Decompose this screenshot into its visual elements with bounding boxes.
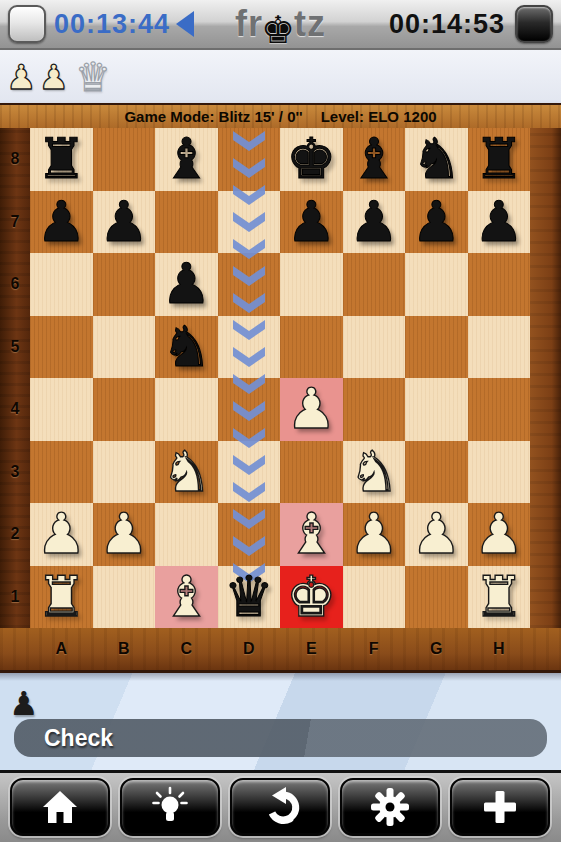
square-f3[interactable]: ♞	[343, 441, 406, 504]
black-pawn-piece: ♟	[411, 191, 461, 253]
square-b1[interactable]	[93, 566, 156, 629]
white-bishop-piece: ♝	[161, 566, 211, 628]
board-grid: ♜♝♚♝♞♜♟♟♟♟♟♟♟♞♟♞♞♟♟♝♟♟♟♜♝♛♚♜	[30, 128, 530, 628]
black-player-button[interactable]	[515, 5, 553, 43]
square-e7[interactable]: ♟	[280, 191, 343, 254]
square-b2[interactable]: ♟	[93, 503, 156, 566]
rank-label-8: 8	[0, 128, 30, 191]
square-e1[interactable]: ♚	[280, 566, 343, 629]
square-c4[interactable]	[155, 378, 218, 441]
captured-white-pawn-icon: ♟	[6, 57, 36, 97]
square-g2[interactable]: ♟	[405, 503, 468, 566]
square-g5[interactable]	[405, 316, 468, 379]
white-player-button[interactable]	[8, 5, 46, 43]
black-knight-piece: ♞	[411, 128, 461, 190]
square-h1[interactable]: ♜	[468, 566, 531, 629]
gear-icon	[369, 786, 411, 828]
white-pawn-piece: ♟	[411, 503, 461, 565]
black-bishop-piece: ♝	[161, 128, 211, 190]
square-f6[interactable]	[343, 253, 406, 316]
square-g6[interactable]	[405, 253, 468, 316]
rank-label-1: 1	[0, 566, 30, 629]
square-b4[interactable]	[93, 378, 156, 441]
square-e8[interactable]: ♚	[280, 128, 343, 191]
square-c5[interactable]: ♞	[155, 316, 218, 379]
square-e2[interactable]: ♝	[280, 503, 343, 566]
white-rook-piece: ♜	[474, 566, 524, 628]
square-f5[interactable]	[343, 316, 406, 379]
black-pawn-piece: ♟	[286, 191, 336, 253]
logo-text-left: fr	[235, 3, 263, 45]
fritz-logo: fr♚tz	[235, 3, 326, 45]
black-pawn-piece: ♟	[161, 253, 211, 315]
square-f8[interactable]: ♝	[343, 128, 406, 191]
captured-by-white-tray: ♟	[9, 689, 39, 719]
white-pawn-piece: ♟	[99, 503, 149, 565]
captured-by-black-tray: ♟♟♛	[0, 50, 561, 103]
square-b3[interactable]	[93, 441, 156, 504]
home-icon	[39, 787, 81, 827]
rank-label-6: 6	[0, 253, 30, 316]
square-g7[interactable]: ♟	[405, 191, 468, 254]
captured-black-pawn-icon: ♟	[9, 684, 39, 723]
white-pawn-piece: ♟	[286, 378, 336, 440]
home-button[interactable]	[10, 778, 110, 836]
square-e6[interactable]	[280, 253, 343, 316]
board-frame-right	[530, 128, 561, 628]
file-label-E: E	[280, 640, 343, 658]
square-g4[interactable]	[405, 378, 468, 441]
captured-white-queen-icon: ♛	[75, 57, 111, 97]
square-g3[interactable]	[405, 441, 468, 504]
square-f1[interactable]	[343, 566, 406, 629]
undo-button[interactable]	[230, 778, 330, 836]
black-pawn-piece: ♟	[349, 191, 399, 253]
file-label-D: D	[218, 640, 281, 658]
rank-label-3: 3	[0, 441, 30, 504]
rank-labels: 87654321	[0, 128, 30, 628]
top-clock-bar: 00:13:44 fr♚tz 00:14:53	[0, 0, 561, 50]
black-pawn-piece: ♟	[99, 191, 149, 253]
white-pawn-piece: ♟	[349, 503, 399, 565]
status-text: Check	[44, 725, 113, 752]
black-pawn-piece: ♟	[474, 191, 524, 253]
white-bishop-piece: ♝	[286, 503, 336, 565]
square-a5[interactable]	[30, 316, 93, 379]
white-knight-piece: ♞	[161, 441, 211, 503]
rank-label-4: 4	[0, 378, 30, 441]
square-h3[interactable]	[468, 441, 531, 504]
square-c3[interactable]: ♞	[155, 441, 218, 504]
level-label: Level: ELO 1200	[321, 108, 437, 125]
black-rook-piece: ♜	[474, 128, 524, 190]
status-bar: Check	[14, 719, 547, 757]
file-labels: ABCDEFGH	[0, 628, 561, 670]
white-clock: 00:13:44	[54, 9, 170, 40]
square-h8[interactable]: ♜	[468, 128, 531, 191]
square-h5[interactable]	[468, 316, 531, 379]
square-c8[interactable]: ♝	[155, 128, 218, 191]
white-knight-piece: ♞	[349, 441, 399, 503]
plus-icon	[480, 787, 520, 827]
square-f4[interactable]	[343, 378, 406, 441]
settings-button[interactable]	[340, 778, 440, 836]
square-e5[interactable]	[280, 316, 343, 379]
black-pawn-piece: ♟	[36, 191, 86, 253]
square-a1[interactable]: ♜	[30, 566, 93, 629]
square-c1[interactable]: ♝	[155, 566, 218, 629]
square-h2[interactable]: ♟	[468, 503, 531, 566]
file-label-F: F	[343, 640, 406, 658]
black-king-icon: ♚	[261, 15, 296, 45]
white-pawn-piece: ♟	[36, 503, 86, 565]
file-label-C: C	[155, 640, 218, 658]
black-rook-piece: ♜	[36, 128, 86, 190]
active-player-arrow-icon	[176, 11, 194, 37]
chess-board: Game Mode: Blitz 15' / 0'' Level: ELO 12…	[0, 103, 561, 673]
black-queen-piece: ♛	[224, 566, 274, 628]
captured-white-pawn-icon: ♟	[38, 57, 68, 97]
rank-label-5: 5	[0, 316, 30, 379]
lower-panel: ♟ Check	[0, 673, 561, 770]
new-game-button[interactable]	[450, 778, 550, 836]
file-label-H: H	[468, 640, 531, 658]
white-king-piece: ♚	[286, 566, 336, 628]
black-king-piece: ♚	[286, 128, 336, 190]
square-g1[interactable]	[405, 566, 468, 629]
square-a7[interactable]: ♟	[30, 191, 93, 254]
logo-text-right: tz	[294, 3, 326, 45]
game-mode-header: Game Mode: Blitz 15' / 0'' Level: ELO 12…	[0, 105, 561, 128]
square-a6[interactable]	[30, 253, 93, 316]
square-a4[interactable]	[30, 378, 93, 441]
square-b8[interactable]	[93, 128, 156, 191]
file-label-B: B	[93, 640, 156, 658]
square-e4[interactable]: ♟	[280, 378, 343, 441]
square-c2[interactable]	[155, 503, 218, 566]
game-mode-label: Game Mode: Blitz 15' / 0''	[124, 108, 302, 125]
square-a2[interactable]: ♟	[30, 503, 93, 566]
lightbulb-icon	[149, 786, 191, 828]
square-b5[interactable]	[93, 316, 156, 379]
file-label-G: G	[405, 640, 468, 658]
rank-label-7: 7	[0, 191, 30, 254]
square-b7[interactable]: ♟	[93, 191, 156, 254]
hint-button[interactable]	[120, 778, 220, 836]
square-c6[interactable]: ♟	[155, 253, 218, 316]
square-a8[interactable]: ♜	[30, 128, 93, 191]
rank-label-2: 2	[0, 503, 30, 566]
square-a3[interactable]	[30, 441, 93, 504]
square-c7[interactable]	[155, 191, 218, 254]
undo-arrow-icon	[259, 786, 301, 828]
square-f7[interactable]: ♟	[343, 191, 406, 254]
file-label-A: A	[30, 640, 93, 658]
white-pawn-piece: ♟	[474, 503, 524, 565]
square-e3[interactable]	[280, 441, 343, 504]
move-arrow	[233, 131, 265, 583]
white-rook-piece: ♜	[36, 566, 86, 628]
square-f2[interactable]: ♟	[343, 503, 406, 566]
square-b6[interactable]	[93, 253, 156, 316]
bottom-toolbar	[0, 770, 561, 842]
square-h6[interactable]	[468, 253, 531, 316]
square-g8[interactable]: ♞	[405, 128, 468, 191]
square-h7[interactable]: ♟	[468, 191, 531, 254]
square-h4[interactable]	[468, 378, 531, 441]
black-knight-piece: ♞	[161, 316, 211, 378]
black-bishop-piece: ♝	[349, 128, 399, 190]
square-d1[interactable]: ♛	[218, 566, 281, 629]
black-clock: 00:14:53	[389, 9, 505, 40]
